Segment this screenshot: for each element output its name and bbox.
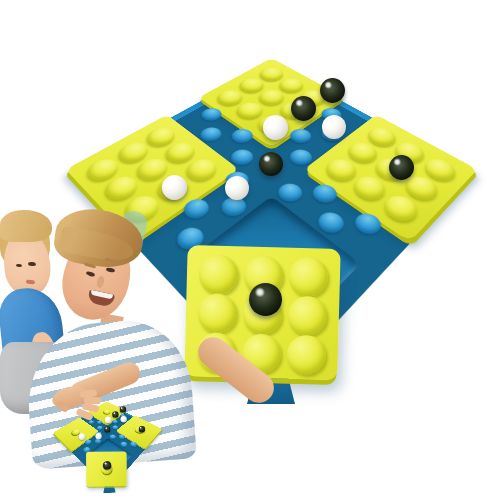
marble-white: [105, 416, 112, 423]
marble-white: [78, 433, 85, 440]
marble-black: [291, 96, 316, 121]
marble-black: [119, 406, 126, 413]
marble-white: [322, 115, 346, 139]
marble-white: [120, 416, 127, 423]
marble-black: [320, 78, 345, 103]
toddler-eye: [16, 264, 22, 268]
marble-black: [138, 426, 145, 433]
marble-white: [95, 433, 102, 440]
product-photo: [0, 0, 500, 500]
marble-white: [225, 176, 249, 200]
marble-black: [259, 152, 283, 176]
marble-black: [112, 411, 119, 418]
lifestyle-inset: [0, 205, 270, 500]
marble-white: [263, 115, 288, 140]
man-forearm: [192, 331, 280, 409]
marble-black: [104, 426, 111, 433]
toddler-mouth: [26, 280, 35, 285]
marble-white: [162, 175, 187, 200]
marble-black: [102, 461, 111, 470]
toddler-hair-fringe: [0, 210, 52, 242]
marble-black: [389, 155, 414, 180]
